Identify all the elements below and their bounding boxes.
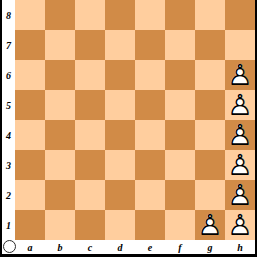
square-h3[interactable]: ♟♙: [225, 150, 255, 180]
file-labels: abcdefgh: [15, 240, 255, 254]
square-g1[interactable]: ♟♙: [195, 210, 225, 240]
square-b3[interactable]: [45, 150, 75, 180]
file-label-a: a: [15, 240, 45, 254]
square-h1[interactable]: ♟♙: [225, 210, 255, 240]
square-b1[interactable]: [45, 210, 75, 240]
square-e4[interactable]: [135, 120, 165, 150]
square-b4[interactable]: [45, 120, 75, 150]
square-b8[interactable]: [45, 0, 75, 30]
file-label-d: d: [105, 240, 135, 254]
square-a7[interactable]: [15, 30, 45, 60]
file-label-c: c: [75, 240, 105, 254]
square-e5[interactable]: [135, 90, 165, 120]
white-pawn-h3[interactable]: ♙: [225, 150, 255, 180]
square-g5[interactable]: [195, 90, 225, 120]
square-f2[interactable]: [165, 180, 195, 210]
white-pawn-h6[interactable]: ♙: [225, 60, 255, 90]
square-g8[interactable]: [195, 0, 225, 30]
square-f4[interactable]: [165, 120, 195, 150]
square-h4[interactable]: ♟♙: [225, 120, 255, 150]
square-a1[interactable]: [15, 210, 45, 240]
square-f1[interactable]: [165, 210, 195, 240]
square-g7[interactable]: [195, 30, 225, 60]
square-b2[interactable]: [45, 180, 75, 210]
square-h6[interactable]: ♟♙: [225, 60, 255, 90]
file-label-e: e: [135, 240, 165, 254]
square-c8[interactable]: [75, 0, 105, 30]
file-label-h: h: [225, 240, 255, 254]
piece-fill-white-pawn-h1: ♟: [225, 210, 255, 240]
square-g2[interactable]: [195, 180, 225, 210]
white-pawn-h4[interactable]: ♙: [225, 120, 255, 150]
rank-label-4: 4: [2, 120, 15, 150]
square-f5[interactable]: [165, 90, 195, 120]
square-a8[interactable]: [15, 0, 45, 30]
chess-diagram: ♟♙♟♙♟♙♟♙♟♙♟♙♟♙ 87654321 abcdefgh: [0, 0, 257, 257]
square-g4[interactable]: [195, 120, 225, 150]
square-e8[interactable]: [135, 0, 165, 30]
square-f3[interactable]: [165, 150, 195, 180]
square-a4[interactable]: [15, 120, 45, 150]
file-label-f: f: [165, 240, 195, 254]
rank-labels: 87654321: [2, 0, 15, 240]
square-c4[interactable]: [75, 120, 105, 150]
chess-board: ♟♙♟♙♟♙♟♙♟♙♟♙♟♙: [15, 0, 255, 240]
square-a3[interactable]: [15, 150, 45, 180]
rank-label-3: 3: [2, 150, 15, 180]
square-c1[interactable]: [75, 210, 105, 240]
white-to-move-indicator: [3, 240, 16, 253]
rank-label-2: 2: [2, 180, 15, 210]
white-pawn-h2[interactable]: ♙: [225, 180, 255, 210]
square-c6[interactable]: [75, 60, 105, 90]
square-e3[interactable]: [135, 150, 165, 180]
piece-fill-white-pawn-h4: ♟: [225, 120, 255, 150]
rank-label-5: 5: [2, 90, 15, 120]
square-e1[interactable]: [135, 210, 165, 240]
square-d7[interactable]: [105, 30, 135, 60]
piece-fill-white-pawn-h6: ♟: [225, 60, 255, 90]
square-f6[interactable]: [165, 60, 195, 90]
rank-label-7: 7: [2, 30, 15, 60]
rank-label-1: 1: [2, 210, 15, 240]
square-c5[interactable]: [75, 90, 105, 120]
square-d2[interactable]: [105, 180, 135, 210]
rank-label-8: 8: [2, 0, 15, 30]
square-b5[interactable]: [45, 90, 75, 120]
white-pawn-h1[interactable]: ♙: [225, 210, 255, 240]
square-f8[interactable]: [165, 0, 195, 30]
square-f7[interactable]: [165, 30, 195, 60]
square-b6[interactable]: [45, 60, 75, 90]
square-d6[interactable]: [105, 60, 135, 90]
square-d5[interactable]: [105, 90, 135, 120]
square-h8[interactable]: [225, 0, 255, 30]
rank-label-6: 6: [2, 60, 15, 90]
square-b7[interactable]: [45, 30, 75, 60]
square-e2[interactable]: [135, 180, 165, 210]
piece-fill-white-pawn-h3: ♟: [225, 150, 255, 180]
square-g6[interactable]: [195, 60, 225, 90]
piece-fill-white-pawn-g1: ♟: [195, 210, 225, 240]
square-e7[interactable]: [135, 30, 165, 60]
square-d3[interactable]: [105, 150, 135, 180]
square-c3[interactable]: [75, 150, 105, 180]
piece-fill-white-pawn-h5: ♟: [225, 90, 255, 120]
square-g3[interactable]: [195, 150, 225, 180]
square-a2[interactable]: [15, 180, 45, 210]
white-pawn-g1[interactable]: ♙: [195, 210, 225, 240]
square-h7[interactable]: [225, 30, 255, 60]
white-pawn-h5[interactable]: ♙: [225, 90, 255, 120]
square-h2[interactable]: ♟♙: [225, 180, 255, 210]
square-d1[interactable]: [105, 210, 135, 240]
square-a6[interactable]: [15, 60, 45, 90]
square-e6[interactable]: [135, 60, 165, 90]
square-c7[interactable]: [75, 30, 105, 60]
square-h5[interactable]: ♟♙: [225, 90, 255, 120]
file-label-b: b: [45, 240, 75, 254]
square-c2[interactable]: [75, 180, 105, 210]
square-d4[interactable]: [105, 120, 135, 150]
square-a5[interactable]: [15, 90, 45, 120]
square-d8[interactable]: [105, 0, 135, 30]
file-label-g: g: [195, 240, 225, 254]
piece-fill-white-pawn-h2: ♟: [225, 180, 255, 210]
